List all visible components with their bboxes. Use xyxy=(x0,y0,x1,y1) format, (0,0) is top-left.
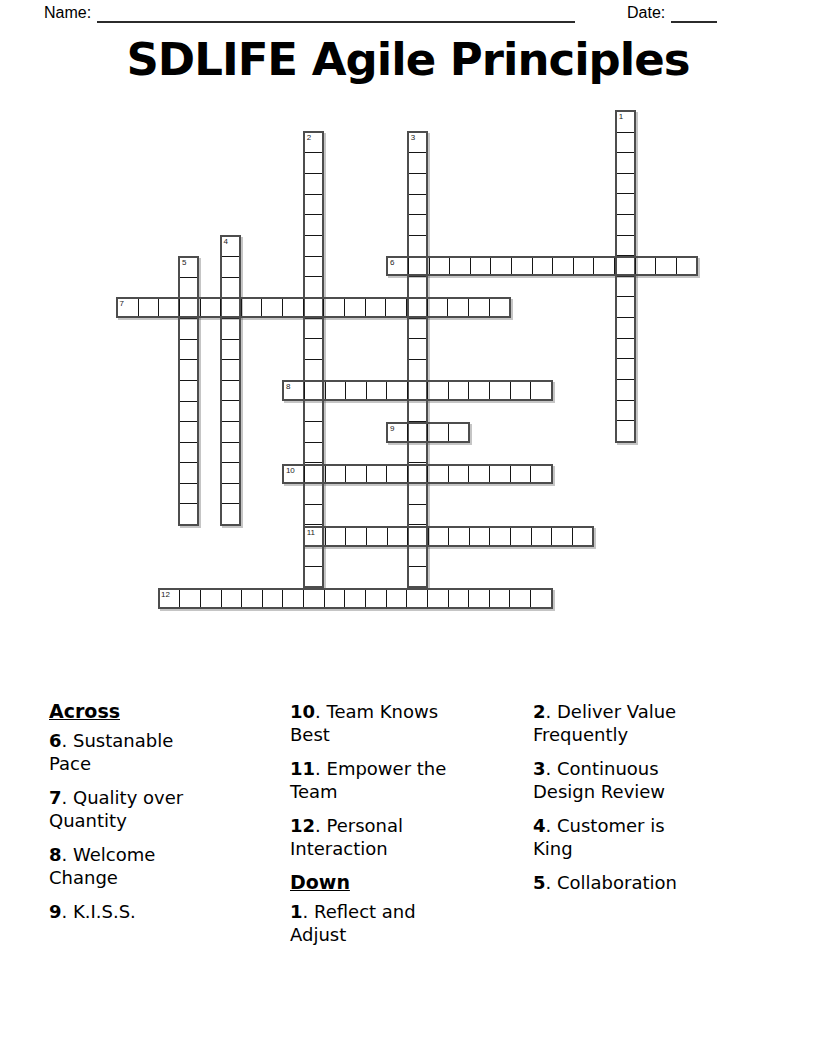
grid-number-5: 5 xyxy=(182,259,186,267)
date-input-line[interactable] xyxy=(671,21,717,23)
grid-number-9: 9 xyxy=(390,425,394,433)
cell[interactable] xyxy=(180,483,197,504)
cell[interactable] xyxy=(530,590,551,607)
cell[interactable] xyxy=(325,528,346,545)
cell[interactable] xyxy=(345,382,366,399)
cell[interactable] xyxy=(617,338,634,359)
cell[interactable] xyxy=(365,590,386,607)
cell[interactable] xyxy=(448,528,469,545)
clue-number: 2 xyxy=(533,701,546,722)
cell[interactable] xyxy=(468,299,489,316)
cell[interactable] xyxy=(222,339,239,360)
cell[interactable] xyxy=(409,545,426,566)
clue-number: 3 xyxy=(533,758,546,779)
cell[interactable] xyxy=(282,299,303,316)
down-heading: Down xyxy=(290,871,485,893)
cell[interactable] xyxy=(448,466,469,483)
cell[interactable] xyxy=(551,528,572,545)
cell[interactable] xyxy=(447,299,468,316)
cell[interactable] xyxy=(510,382,531,399)
cell[interactable] xyxy=(303,590,324,607)
across-heading: Across xyxy=(49,700,244,722)
cell[interactable] xyxy=(305,483,322,504)
clue-8: 8. WelcomeChange xyxy=(49,843,244,889)
cell[interactable] xyxy=(617,400,634,421)
cell[interactable] xyxy=(409,359,426,380)
cell[interactable] xyxy=(386,382,407,399)
cell[interactable] xyxy=(180,318,197,339)
cell[interactable] xyxy=(407,528,428,545)
cell[interactable] xyxy=(180,503,197,524)
cell[interactable] xyxy=(428,528,449,545)
cell[interactable] xyxy=(429,258,450,275)
cell[interactable] xyxy=(617,358,634,379)
cell[interactable] xyxy=(366,466,387,483)
cell[interactable] xyxy=(531,528,552,545)
cell[interactable] xyxy=(409,235,426,256)
cell[interactable] xyxy=(304,466,325,483)
cell[interactable] xyxy=(222,483,239,504)
cell[interactable] xyxy=(427,466,448,483)
cell[interactable] xyxy=(427,590,448,607)
cell[interactable] xyxy=(409,338,426,359)
clue-number: 1 xyxy=(290,901,303,922)
word-4-down xyxy=(220,235,241,526)
clue-5: 5. Collaboration xyxy=(533,871,728,894)
cell[interactable] xyxy=(305,152,322,173)
word-3-down xyxy=(407,131,428,589)
cell[interactable] xyxy=(617,276,634,297)
cell[interactable] xyxy=(489,466,510,483)
name-label: Name: xyxy=(44,4,91,22)
clue-column-1: Across6. SustanablePace7. Quality overQu… xyxy=(49,700,244,934)
cell[interactable] xyxy=(617,317,634,338)
cell[interactable] xyxy=(387,528,408,545)
cell[interactable] xyxy=(241,590,262,607)
cell[interactable] xyxy=(409,194,426,215)
clue-number: 6 xyxy=(49,730,62,751)
clue-column-3: 2. Deliver ValueFrequently3. ContinuousD… xyxy=(533,700,728,905)
cell[interactable] xyxy=(366,528,387,545)
cell[interactable] xyxy=(365,299,386,316)
cell[interactable] xyxy=(617,132,634,153)
cell[interactable] xyxy=(552,258,573,275)
cell[interactable] xyxy=(511,258,532,275)
word-8-across xyxy=(282,380,552,401)
cell[interactable] xyxy=(409,400,426,421)
cell[interactable] xyxy=(489,528,510,545)
cell[interactable] xyxy=(635,258,656,275)
cell[interactable] xyxy=(303,299,324,316)
cell[interactable] xyxy=(305,235,322,256)
cell[interactable] xyxy=(344,590,365,607)
cell[interactable] xyxy=(617,296,634,317)
cell[interactable] xyxy=(509,590,530,607)
cell[interactable] xyxy=(407,424,427,441)
cell[interactable] xyxy=(222,277,239,298)
cell[interactable] xyxy=(305,318,322,339)
grid-number-3: 3 xyxy=(411,134,415,142)
grid-number-1: 1 xyxy=(619,113,623,121)
cell[interactable] xyxy=(221,590,242,607)
cell[interactable] xyxy=(222,318,239,339)
cell[interactable] xyxy=(179,590,200,607)
word-5-down xyxy=(178,256,199,526)
cell[interactable] xyxy=(305,504,322,525)
cell[interactable] xyxy=(427,424,447,441)
cell[interactable] xyxy=(530,382,551,399)
grid-number-4: 4 xyxy=(224,238,228,246)
clue-9: 9. K.I.S.S. xyxy=(49,900,244,923)
cell[interactable] xyxy=(222,400,239,421)
cell[interactable] xyxy=(407,466,428,483)
clue-number: 10 xyxy=(290,701,315,722)
cell[interactable] xyxy=(222,359,239,380)
clue-3: 3. ContinuousDesign Review xyxy=(533,757,728,803)
date-label: Date: xyxy=(627,4,665,22)
cell[interactable] xyxy=(241,299,262,316)
clue-11: 11. Empower theTeam xyxy=(290,757,485,803)
cell[interactable] xyxy=(510,528,531,545)
clue-1: 1. Reflect andAdjust xyxy=(290,900,485,946)
word-6-across xyxy=(386,256,698,277)
cell[interactable] xyxy=(180,462,197,483)
cell[interactable] xyxy=(180,442,197,463)
cell[interactable] xyxy=(573,258,594,275)
cell[interactable] xyxy=(305,338,322,359)
cell[interactable] xyxy=(617,379,634,400)
clue-number: 7 xyxy=(49,787,62,808)
cell[interactable] xyxy=(222,380,239,401)
grid-number-8: 8 xyxy=(286,383,290,391)
clue-12: 12. PersonalInteraction xyxy=(290,814,485,860)
clue-7: 7. Quality overQuantity xyxy=(49,786,244,832)
clue-2: 2. Deliver ValueFrequently xyxy=(533,700,728,746)
grid-number-11: 11 xyxy=(307,529,315,537)
cell[interactable] xyxy=(427,382,448,399)
clue-6: 6. SustanablePace xyxy=(49,729,244,775)
cell[interactable] xyxy=(489,590,510,607)
cell[interactable] xyxy=(180,359,197,380)
cell[interactable] xyxy=(305,214,322,235)
word-1-down xyxy=(615,110,636,443)
word-7-across xyxy=(116,297,511,318)
cell[interactable] xyxy=(180,421,197,442)
clue-number: 5 xyxy=(533,872,546,893)
cell[interactable] xyxy=(200,299,221,316)
cell[interactable] xyxy=(305,276,322,297)
cell[interactable] xyxy=(489,382,510,399)
cell[interactable] xyxy=(305,194,322,215)
cell[interactable] xyxy=(305,421,322,442)
clue-number: 4 xyxy=(533,815,546,836)
cell[interactable] xyxy=(468,590,489,607)
cell[interactable] xyxy=(409,276,426,297)
cell[interactable] xyxy=(344,299,365,316)
clue-4: 4. Customer isKing xyxy=(533,814,728,860)
grid-number-7: 7 xyxy=(120,300,124,308)
cell[interactable] xyxy=(282,590,303,607)
cell[interactable] xyxy=(222,462,239,483)
cell[interactable] xyxy=(180,401,197,422)
cell[interactable] xyxy=(409,483,426,504)
cell[interactable] xyxy=(617,193,634,214)
cell[interactable] xyxy=(386,590,407,607)
cell[interactable] xyxy=(510,466,531,483)
cell[interactable] xyxy=(180,380,197,401)
cell[interactable] xyxy=(138,299,159,316)
cell[interactable] xyxy=(222,256,239,277)
clue-column-2: 10. Team KnowsBest11. Empower theTeam12.… xyxy=(290,700,485,957)
cell[interactable] xyxy=(304,382,325,399)
cell[interactable] xyxy=(468,382,489,399)
cell[interactable] xyxy=(386,466,407,483)
clue-10: 10. Team KnowsBest xyxy=(290,700,485,746)
cell[interactable] xyxy=(409,152,426,173)
clue-number: 8 xyxy=(49,844,62,865)
cell[interactable] xyxy=(489,299,510,316)
clue-number: 11 xyxy=(290,758,315,779)
cell[interactable] xyxy=(407,382,428,399)
cell[interactable] xyxy=(406,590,427,607)
cell[interactable] xyxy=(305,359,322,380)
cell[interactable] xyxy=(617,152,634,173)
cell[interactable] xyxy=(222,503,239,524)
word-2-down xyxy=(303,131,324,589)
cell[interactable] xyxy=(408,258,429,275)
cell[interactable] xyxy=(409,173,426,194)
cell[interactable] xyxy=(593,258,614,275)
cell[interactable] xyxy=(366,382,387,399)
cell[interactable] xyxy=(448,424,468,441)
cell[interactable] xyxy=(222,442,239,463)
cell[interactable] xyxy=(427,299,448,316)
grid-number-10: 10 xyxy=(286,467,295,475)
cell[interactable] xyxy=(676,258,697,275)
cell[interactable] xyxy=(530,466,551,483)
cell[interactable] xyxy=(262,590,283,607)
cell[interactable] xyxy=(448,590,469,607)
cell[interactable] xyxy=(617,420,634,441)
word-12-across xyxy=(158,588,553,609)
clue-number: 12 xyxy=(290,815,315,836)
clue-number: 9 xyxy=(49,901,62,922)
cell[interactable] xyxy=(222,421,239,442)
cell[interactable] xyxy=(409,504,426,525)
cell[interactable] xyxy=(324,590,345,607)
crossword-grid: 123456789101112 xyxy=(116,110,700,610)
cell[interactable] xyxy=(409,318,426,339)
cell[interactable] xyxy=(468,466,489,483)
grid-number-6: 6 xyxy=(390,259,394,267)
cell[interactable] xyxy=(532,258,553,275)
cell[interactable] xyxy=(572,528,593,545)
cell[interactable] xyxy=(617,173,634,194)
cell[interactable] xyxy=(220,299,241,316)
grid-number-2: 2 xyxy=(307,134,311,142)
cell[interactable] xyxy=(180,339,197,360)
cell[interactable] xyxy=(345,528,366,545)
cell[interactable] xyxy=(449,258,470,275)
word-10-across xyxy=(282,464,552,485)
cell[interactable] xyxy=(448,382,469,399)
cell[interactable] xyxy=(655,258,676,275)
cell[interactable] xyxy=(200,590,221,607)
cell[interactable] xyxy=(305,400,322,421)
cell[interactable] xyxy=(325,382,346,399)
cell[interactable] xyxy=(406,299,427,316)
cell[interactable] xyxy=(158,299,179,316)
cell[interactable] xyxy=(409,214,426,235)
page-title: SDLIFE Agile Principles xyxy=(0,33,816,86)
cell[interactable] xyxy=(385,299,406,316)
cell[interactable] xyxy=(617,214,634,235)
cell[interactable] xyxy=(323,299,344,316)
cell[interactable] xyxy=(305,256,322,277)
cell[interactable] xyxy=(409,442,426,463)
cell[interactable] xyxy=(614,258,635,275)
cell[interactable] xyxy=(617,235,634,256)
cell[interactable] xyxy=(325,466,346,483)
cell[interactable] xyxy=(305,173,322,194)
cell[interactable] xyxy=(469,528,490,545)
cell[interactable] xyxy=(470,258,491,275)
grid-number-12: 12 xyxy=(161,591,170,599)
cell[interactable] xyxy=(490,258,511,275)
cell[interactable] xyxy=(409,566,426,587)
cell[interactable] xyxy=(305,545,322,566)
name-input-line[interactable] xyxy=(97,21,575,23)
word-11-across xyxy=(303,526,594,547)
cell[interactable] xyxy=(261,299,282,316)
word-9-across xyxy=(386,422,469,443)
cell[interactable] xyxy=(305,442,322,463)
cell[interactable] xyxy=(180,277,197,298)
cell[interactable] xyxy=(305,566,322,587)
cell[interactable] xyxy=(345,466,366,483)
cell[interactable] xyxy=(179,299,200,316)
